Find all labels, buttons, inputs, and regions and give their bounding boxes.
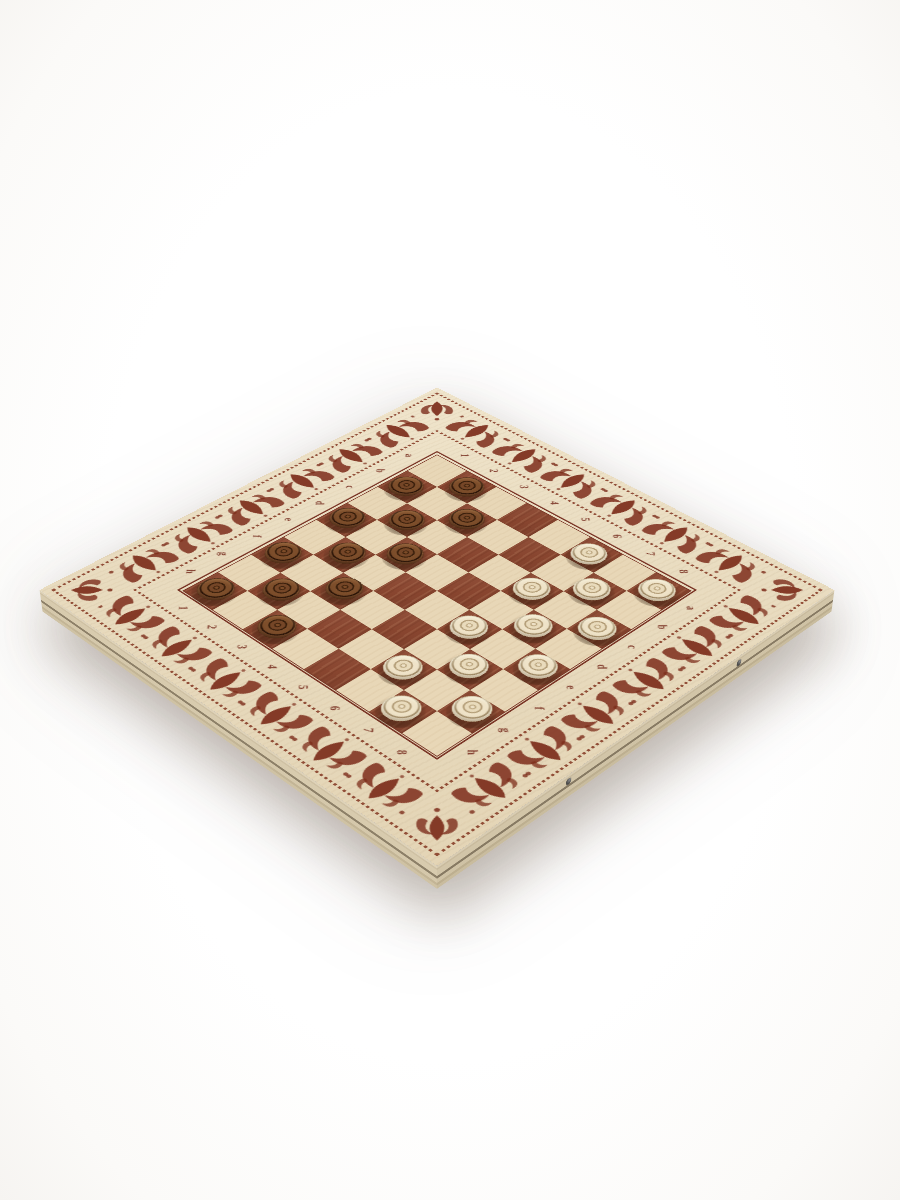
rank-label-2-far: 2 <box>486 466 503 475</box>
piece-top-face <box>444 691 500 727</box>
file-label-d-far: d <box>311 498 329 507</box>
piece-side <box>444 691 500 727</box>
file-label-h-far: h <box>181 566 200 576</box>
piece-side <box>373 690 429 726</box>
rank-label-8-far: 8 <box>674 566 693 576</box>
hinge-screw-icon <box>736 658 741 667</box>
dark-man-f3[interactable] <box>318 573 370 604</box>
piece-top-face <box>318 573 370 604</box>
piece-side <box>444 691 500 727</box>
rank-label-6-far: 6 <box>608 532 627 542</box>
white-man-g8[interactable] <box>444 691 500 727</box>
dark-man-e2[interactable] <box>322 539 373 568</box>
rank-label-4-far: 4 <box>545 498 563 507</box>
piece-top-face <box>565 574 617 605</box>
square-g7[interactable] <box>403 669 470 711</box>
file-label-c-far: c <box>342 482 359 491</box>
file-label-g-far: g <box>214 549 233 559</box>
piece-side <box>444 691 500 727</box>
rank-label-1-far: 1 <box>457 451 474 460</box>
file-label-b-far: b <box>372 466 389 475</box>
dark-man-c2[interactable] <box>382 506 432 534</box>
piece-side <box>373 690 429 726</box>
dark-man-g2[interactable] <box>256 575 308 606</box>
dark-man-f1[interactable] <box>258 538 309 567</box>
dark-man-a2[interactable] <box>443 474 492 501</box>
piece-side <box>444 691 500 727</box>
dark-man-d1[interactable] <box>323 504 373 532</box>
board-panel: 11aa22bb33cc44dd55ee66ff77gg88hh <box>40 387 835 865</box>
file-label-e-far: e <box>279 515 297 525</box>
dark-man-b3[interactable] <box>442 505 492 533</box>
white-man-b7[interactable] <box>565 574 617 605</box>
piece-top-face <box>256 575 308 606</box>
piece-side <box>373 690 429 726</box>
white-man-h7[interactable] <box>373 690 429 726</box>
piece-side <box>444 691 500 727</box>
piece-side <box>373 690 429 726</box>
hinge-screw-icon <box>566 777 572 787</box>
rank-label-3-far: 3 <box>515 482 532 491</box>
product-photo-scene: 11aa22bb33cc44dd55ee66ff77gg88hh <box>0 0 900 1200</box>
white-man-a6[interactable] <box>563 539 614 568</box>
dark-man-d3[interactable] <box>380 539 431 568</box>
piece-top-face <box>373 690 429 726</box>
piece-side <box>444 691 500 727</box>
file-label-a-far: a <box>401 451 418 460</box>
square-f6[interactable] <box>404 629 470 669</box>
piece-side <box>373 690 429 726</box>
file-label-f-far: f <box>247 532 266 542</box>
rank-label-7-far: 7 <box>641 549 660 559</box>
board-shadow-wrapper: 11aa22bb33cc44dd55ee66ff77gg88hh <box>0 0 900 1200</box>
piece-side <box>373 690 429 726</box>
rank-label-5-far: 5 <box>576 515 594 525</box>
